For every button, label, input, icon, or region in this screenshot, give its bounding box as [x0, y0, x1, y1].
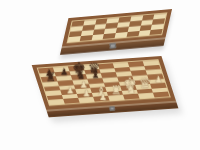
chess-piece-light-r: ♜ [111, 85, 122, 97]
chess-piece-light-p: ♟ [66, 86, 74, 95]
closed-chess-box [60, 9, 172, 55]
chess-piece-light-p: ♟ [154, 75, 162, 84]
product-photo: ♟♟♚♛♜♞♝♟♟♟♚♛♟♝♜♞♟ [0, 0, 200, 150]
board-square [48, 99, 64, 105]
chess-piece-dark-r: ♜ [45, 71, 56, 83]
open-chess-board: ♟♟♚♛♜♞♝♟♟♟♚♛♟♝♜♞♟ [32, 56, 179, 117]
box-square [150, 29, 163, 35]
chess-piece-dark-p: ♟ [60, 68, 68, 77]
board-square [63, 98, 79, 104]
chess-piece-dark-b: ♝ [90, 68, 101, 80]
box-clasp-icon [110, 43, 116, 49]
box-square [91, 34, 104, 40]
chess-board-grid: ♟♟♚♛♜♞♝♟♟♟♚♛♟♝♜♞♟ [38, 60, 169, 105]
board-square [138, 93, 154, 99]
chess-piece-light-p: ♟ [82, 90, 90, 99]
box-square [68, 36, 81, 42]
box-square [138, 30, 151, 36]
board-latch-icon [110, 106, 115, 110]
chess-piece-light-q: ♛ [138, 76, 151, 90]
chess-piece-light-p: ♟ [98, 93, 106, 102]
chess-piece-light-n: ♞ [126, 85, 136, 96]
box-square [79, 35, 92, 41]
board-square [153, 92, 169, 98]
